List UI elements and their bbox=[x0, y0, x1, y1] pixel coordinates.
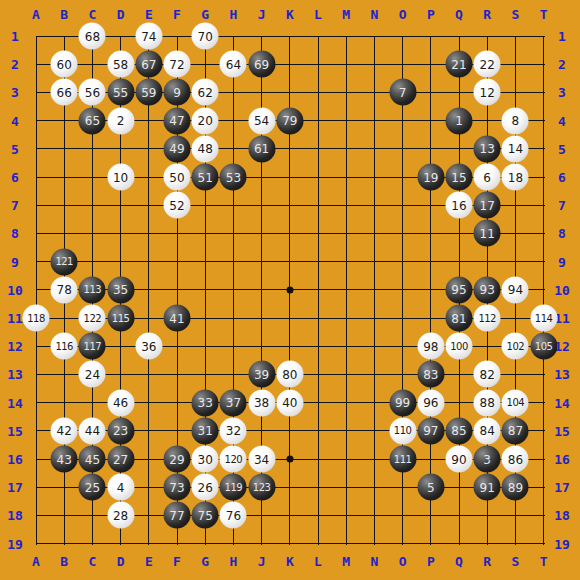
stone-black-r5-move-13[interactable]: 13 bbox=[474, 135, 501, 162]
column-label-top-C: C bbox=[88, 7, 96, 22]
row-label-right-19: 19 bbox=[554, 536, 570, 551]
column-label-bottom-B: B bbox=[60, 554, 68, 569]
grid-line-vertical bbox=[346, 36, 347, 545]
row-label-right-10: 10 bbox=[554, 282, 570, 297]
stone-black-o16-move-111[interactable]: 111 bbox=[389, 446, 416, 473]
grid-line-vertical bbox=[36, 36, 37, 545]
stone-white-o15-move-110[interactable]: 110 bbox=[389, 417, 416, 444]
column-label-top-Q: Q bbox=[455, 7, 463, 22]
stone-white-r3-move-12[interactable]: 12 bbox=[474, 79, 501, 106]
stone-white-k14-move-40[interactable]: 40 bbox=[276, 389, 303, 416]
column-label-bottom-F: F bbox=[173, 554, 181, 569]
stone-white-r6-move-6[interactable]: 6 bbox=[474, 164, 501, 191]
row-label-left-4: 4 bbox=[11, 113, 19, 128]
stone-white-d2-move-58[interactable]: 58 bbox=[107, 51, 134, 78]
stone-black-r10-move-93[interactable]: 93 bbox=[474, 276, 501, 303]
column-label-bottom-K: K bbox=[286, 554, 294, 569]
stone-white-r13-move-82[interactable]: 82 bbox=[474, 361, 501, 388]
stone-black-k4-move-79[interactable]: 79 bbox=[276, 107, 303, 134]
star-point-k10 bbox=[286, 286, 293, 293]
star-point-k16 bbox=[286, 456, 293, 463]
row-label-right-13: 13 bbox=[554, 367, 570, 382]
column-label-top-R: R bbox=[483, 7, 491, 22]
stone-black-e2-move-67[interactable]: 67 bbox=[135, 51, 162, 78]
stone-black-g18-move-75[interactable]: 75 bbox=[192, 502, 219, 529]
stone-white-d18-move-28[interactable]: 28 bbox=[107, 502, 134, 529]
stone-black-d11-move-115[interactable]: 115 bbox=[107, 305, 134, 332]
stone-white-h2-move-64[interactable]: 64 bbox=[220, 51, 247, 78]
stone-white-b10-move-78[interactable]: 78 bbox=[51, 276, 78, 303]
stone-white-d4-move-2[interactable]: 2 bbox=[107, 107, 134, 134]
row-label-right-5: 5 bbox=[558, 141, 566, 156]
stone-black-c16-move-45[interactable]: 45 bbox=[79, 446, 106, 473]
go-board: AABBCCDDEEFFGGHHJJKKLLMMNNOOPPQQRRSSTT11… bbox=[0, 0, 580, 580]
stone-black-s15-move-87[interactable]: 87 bbox=[502, 417, 529, 444]
column-label-bottom-H: H bbox=[229, 554, 237, 569]
row-label-left-3: 3 bbox=[11, 85, 19, 100]
stone-white-c1-move-68[interactable]: 68 bbox=[79, 23, 106, 50]
column-label-top-S: S bbox=[511, 7, 519, 22]
stone-white-r2-move-22[interactable]: 22 bbox=[474, 51, 501, 78]
stone-black-f16-move-29[interactable]: 29 bbox=[164, 446, 191, 473]
row-label-left-8: 8 bbox=[11, 226, 19, 241]
grid-line-horizontal bbox=[36, 543, 545, 544]
stone-black-f18-move-77[interactable]: 77 bbox=[164, 502, 191, 529]
row-label-right-18: 18 bbox=[554, 508, 570, 523]
column-label-top-G: G bbox=[201, 7, 209, 22]
stone-black-t12-move-105[interactable]: 105 bbox=[530, 333, 557, 360]
stone-white-b15-move-42[interactable]: 42 bbox=[51, 417, 78, 444]
column-label-top-L: L bbox=[314, 7, 322, 22]
stone-white-j4-move-54[interactable]: 54 bbox=[248, 107, 275, 134]
column-label-top-M: M bbox=[342, 7, 350, 22]
column-label-top-H: H bbox=[229, 7, 237, 22]
stone-white-c15-move-44[interactable]: 44 bbox=[79, 417, 106, 444]
row-label-right-1: 1 bbox=[558, 29, 566, 44]
stone-black-f11-move-41[interactable]: 41 bbox=[164, 305, 191, 332]
row-label-right-4: 4 bbox=[558, 113, 566, 128]
stone-black-c17-move-25[interactable]: 25 bbox=[79, 474, 106, 501]
stone-black-d16-move-27[interactable]: 27 bbox=[107, 446, 134, 473]
column-label-bottom-O: O bbox=[399, 554, 407, 569]
stone-black-g15-move-31[interactable]: 31 bbox=[192, 417, 219, 444]
stone-black-j2-move-69[interactable]: 69 bbox=[248, 51, 275, 78]
stone-white-r15-move-84[interactable]: 84 bbox=[474, 417, 501, 444]
stone-white-g1-move-70[interactable]: 70 bbox=[192, 23, 219, 50]
stone-white-s10-move-94[interactable]: 94 bbox=[502, 276, 529, 303]
stone-black-r8-move-11[interactable]: 11 bbox=[474, 220, 501, 247]
row-label-right-6: 6 bbox=[558, 170, 566, 185]
stone-white-s14-move-104[interactable]: 104 bbox=[502, 389, 529, 416]
row-label-right-14: 14 bbox=[554, 395, 570, 410]
row-label-right-9: 9 bbox=[558, 254, 566, 269]
stone-white-t11-move-114[interactable]: 114 bbox=[530, 305, 557, 332]
stone-black-j5-move-61[interactable]: 61 bbox=[248, 135, 275, 162]
stone-white-a11-move-118[interactable]: 118 bbox=[23, 305, 50, 332]
column-label-top-P: P bbox=[427, 7, 435, 22]
column-label-bottom-E: E bbox=[145, 554, 153, 569]
row-label-left-13: 13 bbox=[7, 367, 23, 382]
stone-black-h6-move-53[interactable]: 53 bbox=[220, 164, 247, 191]
stone-black-q10-move-95[interactable]: 95 bbox=[446, 276, 473, 303]
stone-white-s5-move-14[interactable]: 14 bbox=[502, 135, 529, 162]
stone-black-j13-move-39[interactable]: 39 bbox=[248, 361, 275, 388]
stone-black-b16-move-43[interactable]: 43 bbox=[51, 446, 78, 473]
stone-white-q7-move-16[interactable]: 16 bbox=[446, 192, 473, 219]
stone-white-p14-move-96[interactable]: 96 bbox=[417, 389, 444, 416]
stone-white-e12-move-36[interactable]: 36 bbox=[135, 333, 162, 360]
row-label-left-9: 9 bbox=[11, 254, 19, 269]
column-label-top-D: D bbox=[117, 7, 125, 22]
column-label-bottom-P: P bbox=[427, 554, 435, 569]
stone-black-d15-move-23[interactable]: 23 bbox=[107, 417, 134, 444]
stone-black-r16-move-3[interactable]: 3 bbox=[474, 446, 501, 473]
stone-white-c11-move-122[interactable]: 122 bbox=[79, 305, 106, 332]
row-label-left-11: 11 bbox=[7, 311, 23, 326]
stone-white-g17-move-26[interactable]: 26 bbox=[192, 474, 219, 501]
stone-black-q15-move-85[interactable]: 85 bbox=[446, 417, 473, 444]
stone-white-s6-move-18[interactable]: 18 bbox=[502, 164, 529, 191]
stone-black-h17-move-119[interactable]: 119 bbox=[220, 474, 247, 501]
column-label-bottom-J: J bbox=[258, 554, 266, 569]
column-label-top-T: T bbox=[540, 7, 548, 22]
row-label-right-15: 15 bbox=[554, 423, 570, 438]
row-label-left-5: 5 bbox=[11, 141, 19, 156]
grid-line-horizontal bbox=[36, 261, 545, 262]
stone-black-e3-move-59[interactable]: 59 bbox=[135, 79, 162, 106]
column-label-bottom-S: S bbox=[511, 554, 519, 569]
row-label-right-2: 2 bbox=[558, 57, 566, 72]
stone-black-p17-move-5[interactable]: 5 bbox=[417, 474, 444, 501]
stone-white-f7-move-52[interactable]: 52 bbox=[164, 192, 191, 219]
stone-black-f3-move-9[interactable]: 9 bbox=[164, 79, 191, 106]
stone-white-b2-move-60[interactable]: 60 bbox=[51, 51, 78, 78]
stone-white-j14-move-38[interactable]: 38 bbox=[248, 389, 275, 416]
column-label-top-K: K bbox=[286, 7, 294, 22]
stone-black-s17-move-89[interactable]: 89 bbox=[502, 474, 529, 501]
grid-line-vertical bbox=[430, 36, 431, 545]
column-label-bottom-M: M bbox=[342, 554, 350, 569]
column-label-top-A: A bbox=[32, 7, 40, 22]
row-label-right-16: 16 bbox=[554, 452, 570, 467]
stone-black-q11-move-81[interactable]: 81 bbox=[446, 305, 473, 332]
stone-white-s4-move-8[interactable]: 8 bbox=[502, 107, 529, 134]
stone-black-o14-move-99[interactable]: 99 bbox=[389, 389, 416, 416]
row-label-left-7: 7 bbox=[11, 198, 19, 213]
row-label-left-19: 19 bbox=[7, 536, 23, 551]
stone-black-f4-move-47[interactable]: 47 bbox=[164, 107, 191, 134]
stone-black-q6-move-15[interactable]: 15 bbox=[446, 164, 473, 191]
column-label-top-B: B bbox=[60, 7, 68, 22]
column-label-bottom-Q: Q bbox=[455, 554, 463, 569]
row-label-left-12: 12 bbox=[7, 339, 23, 354]
stone-white-k13-move-80[interactable]: 80 bbox=[276, 361, 303, 388]
column-label-bottom-L: L bbox=[314, 554, 322, 569]
stone-white-p12-move-98[interactable]: 98 bbox=[417, 333, 444, 360]
column-label-bottom-G: G bbox=[201, 554, 209, 569]
stone-black-f5-move-49[interactable]: 49 bbox=[164, 135, 191, 162]
stone-black-d3-move-55[interactable]: 55 bbox=[107, 79, 134, 106]
stone-white-d6-move-10[interactable]: 10 bbox=[107, 164, 134, 191]
row-label-right-8: 8 bbox=[558, 226, 566, 241]
grid-line-vertical bbox=[148, 36, 149, 545]
stone-white-d14-move-46[interactable]: 46 bbox=[107, 389, 134, 416]
stone-black-c12-move-117[interactable]: 117 bbox=[79, 333, 106, 360]
column-label-top-N: N bbox=[370, 7, 378, 22]
column-label-bottom-A: A bbox=[32, 554, 40, 569]
stone-white-h16-move-120[interactable]: 120 bbox=[220, 446, 247, 473]
row-label-left-15: 15 bbox=[7, 423, 23, 438]
stone-white-d17-move-4[interactable]: 4 bbox=[107, 474, 134, 501]
column-label-top-E: E bbox=[145, 7, 153, 22]
grid-line-vertical bbox=[543, 36, 544, 545]
stone-white-g4-move-20[interactable]: 20 bbox=[192, 107, 219, 134]
stone-black-b9-move-121[interactable]: 121 bbox=[51, 248, 78, 275]
column-label-bottom-T: T bbox=[540, 554, 548, 569]
stone-white-r11-move-112[interactable]: 112 bbox=[474, 305, 501, 332]
column-label-top-J: J bbox=[258, 7, 266, 22]
column-label-bottom-R: R bbox=[483, 554, 491, 569]
row-label-left-10: 10 bbox=[7, 282, 23, 297]
stone-white-f6-move-50[interactable]: 50 bbox=[164, 164, 191, 191]
stone-black-q2-move-21[interactable]: 21 bbox=[446, 51, 473, 78]
stone-black-c4-move-65[interactable]: 65 bbox=[79, 107, 106, 134]
stone-black-g14-move-33[interactable]: 33 bbox=[192, 389, 219, 416]
stone-white-q12-move-100[interactable]: 100 bbox=[446, 333, 473, 360]
stone-black-r17-move-91[interactable]: 91 bbox=[474, 474, 501, 501]
grid-line-horizontal bbox=[36, 36, 545, 37]
column-label-bottom-N: N bbox=[370, 554, 378, 569]
grid-line-horizontal bbox=[36, 148, 545, 149]
column-label-bottom-D: D bbox=[117, 554, 125, 569]
stone-white-r14-move-88[interactable]: 88 bbox=[474, 389, 501, 416]
column-label-top-O: O bbox=[399, 7, 407, 22]
row-label-right-3: 3 bbox=[558, 85, 566, 100]
stone-white-b3-move-66[interactable]: 66 bbox=[51, 79, 78, 106]
stone-white-h15-move-32[interactable]: 32 bbox=[220, 417, 247, 444]
stone-white-c3-move-56[interactable]: 56 bbox=[79, 79, 106, 106]
stone-black-q4-move-1[interactable]: 1 bbox=[446, 107, 473, 134]
row-label-left-17: 17 bbox=[7, 480, 23, 495]
stone-black-g6-move-51[interactable]: 51 bbox=[192, 164, 219, 191]
stone-white-g3-move-62[interactable]: 62 bbox=[192, 79, 219, 106]
stone-white-b12-move-116[interactable]: 116 bbox=[51, 333, 78, 360]
grid-line-horizontal bbox=[36, 233, 545, 234]
stone-white-g5-move-48[interactable]: 48 bbox=[192, 135, 219, 162]
stone-white-j16-move-34[interactable]: 34 bbox=[248, 446, 275, 473]
stone-white-q16-move-90[interactable]: 90 bbox=[446, 446, 473, 473]
row-label-left-1: 1 bbox=[11, 29, 19, 44]
grid-line-vertical bbox=[374, 36, 375, 545]
row-label-left-14: 14 bbox=[7, 395, 23, 410]
stone-white-s16-move-86[interactable]: 86 bbox=[502, 446, 529, 473]
stone-white-f2-move-72[interactable]: 72 bbox=[164, 51, 191, 78]
row-label-right-7: 7 bbox=[558, 198, 566, 213]
stone-black-r7-move-17[interactable]: 17 bbox=[474, 192, 501, 219]
column-label-bottom-C: C bbox=[88, 554, 96, 569]
stone-black-p6-move-19[interactable]: 19 bbox=[417, 164, 444, 191]
row-label-left-16: 16 bbox=[7, 452, 23, 467]
stone-black-j17-move-123[interactable]: 123 bbox=[248, 474, 275, 501]
stone-black-o3-move-7[interactable]: 7 bbox=[389, 79, 416, 106]
row-label-left-18: 18 bbox=[7, 508, 23, 523]
stone-white-s12-move-102[interactable]: 102 bbox=[502, 333, 529, 360]
stone-white-g16-move-30[interactable]: 30 bbox=[192, 446, 219, 473]
grid-line-vertical bbox=[318, 36, 319, 545]
row-label-right-17: 17 bbox=[554, 480, 570, 495]
stone-white-h18-move-76[interactable]: 76 bbox=[220, 502, 247, 529]
stone-black-f17-move-73[interactable]: 73 bbox=[164, 474, 191, 501]
stone-black-c10-move-113[interactable]: 113 bbox=[79, 276, 106, 303]
column-label-top-F: F bbox=[173, 7, 181, 22]
row-label-left-6: 6 bbox=[11, 170, 19, 185]
stone-black-h14-move-37[interactable]: 37 bbox=[220, 389, 247, 416]
row-label-left-2: 2 bbox=[11, 57, 19, 72]
stone-black-p15-move-97[interactable]: 97 bbox=[417, 417, 444, 444]
stone-white-c13-move-24[interactable]: 24 bbox=[79, 361, 106, 388]
stone-black-p13-move-83[interactable]: 83 bbox=[417, 361, 444, 388]
stone-black-d10-move-35[interactable]: 35 bbox=[107, 276, 134, 303]
stone-white-e1-move-74[interactable]: 74 bbox=[135, 23, 162, 50]
